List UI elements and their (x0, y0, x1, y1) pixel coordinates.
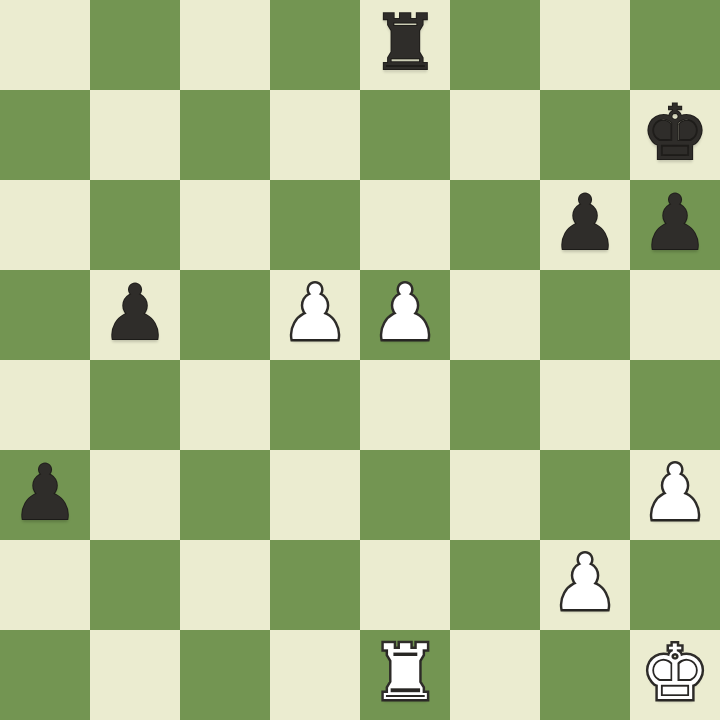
square-c2[interactable] (180, 540, 270, 630)
square-h5[interactable] (630, 270, 720, 360)
square-f4[interactable] (450, 360, 540, 450)
white-pawn[interactable]: ♟ (641, 448, 709, 538)
square-e6[interactable] (360, 180, 450, 270)
square-h2[interactable] (630, 540, 720, 630)
square-g1[interactable] (540, 630, 630, 720)
square-f5[interactable] (450, 270, 540, 360)
square-f6[interactable] (450, 180, 540, 270)
square-e5[interactable]: ♟ (360, 270, 450, 360)
square-f2[interactable] (450, 540, 540, 630)
square-h4[interactable] (630, 360, 720, 450)
square-d4[interactable] (270, 360, 360, 450)
square-a1[interactable] (0, 630, 90, 720)
square-c8[interactable] (180, 0, 270, 90)
square-h7[interactable]: ♚ (630, 90, 720, 180)
square-g8[interactable] (540, 0, 630, 90)
square-c3[interactable] (180, 450, 270, 540)
square-g5[interactable] (540, 270, 630, 360)
square-b3[interactable] (90, 450, 180, 540)
square-a6[interactable] (0, 180, 90, 270)
square-e2[interactable] (360, 540, 450, 630)
square-a8[interactable] (0, 0, 90, 90)
square-a7[interactable] (0, 90, 90, 180)
square-c1[interactable] (180, 630, 270, 720)
square-d5[interactable]: ♟ (270, 270, 360, 360)
black-pawn[interactable]: ♟ (11, 448, 79, 538)
square-d1[interactable] (270, 630, 360, 720)
black-pawn[interactable]: ♟ (101, 268, 169, 358)
square-b8[interactable] (90, 0, 180, 90)
square-b2[interactable] (90, 540, 180, 630)
square-f3[interactable] (450, 450, 540, 540)
square-e4[interactable] (360, 360, 450, 450)
square-a5[interactable] (0, 270, 90, 360)
square-d2[interactable] (270, 540, 360, 630)
square-h6[interactable]: ♟ (630, 180, 720, 270)
white-rook[interactable]: ♜ (371, 628, 439, 718)
square-b7[interactable] (90, 90, 180, 180)
square-a4[interactable] (0, 360, 90, 450)
square-g4[interactable] (540, 360, 630, 450)
square-d3[interactable] (270, 450, 360, 540)
white-pawn[interactable]: ♟ (281, 268, 349, 358)
square-e8[interactable]: ♜ (360, 0, 450, 90)
square-b5[interactable]: ♟ (90, 270, 180, 360)
white-pawn[interactable]: ♟ (371, 268, 439, 358)
square-a2[interactable] (0, 540, 90, 630)
square-h3[interactable]: ♟ (630, 450, 720, 540)
square-b6[interactable] (90, 180, 180, 270)
square-d7[interactable] (270, 90, 360, 180)
square-a3[interactable]: ♟ (0, 450, 90, 540)
black-pawn[interactable]: ♟ (641, 178, 709, 268)
chess-board: ♜♚♟♟♟♟♟♟♟♟♜♚ (0, 0, 720, 720)
square-h8[interactable] (630, 0, 720, 90)
black-pawn[interactable]: ♟ (551, 178, 619, 268)
square-b4[interactable] (90, 360, 180, 450)
square-e7[interactable] (360, 90, 450, 180)
square-g6[interactable]: ♟ (540, 180, 630, 270)
square-c6[interactable] (180, 180, 270, 270)
square-g7[interactable] (540, 90, 630, 180)
square-c4[interactable] (180, 360, 270, 450)
square-b1[interactable] (90, 630, 180, 720)
square-e3[interactable] (360, 450, 450, 540)
square-c7[interactable] (180, 90, 270, 180)
square-d8[interactable] (270, 0, 360, 90)
square-h1[interactable]: ♚ (630, 630, 720, 720)
square-g3[interactable] (540, 450, 630, 540)
square-c5[interactable] (180, 270, 270, 360)
black-king[interactable]: ♚ (641, 88, 709, 178)
square-f1[interactable] (450, 630, 540, 720)
white-pawn[interactable]: ♟ (551, 538, 619, 628)
square-e1[interactable]: ♜ (360, 630, 450, 720)
square-d6[interactable] (270, 180, 360, 270)
square-g2[interactable]: ♟ (540, 540, 630, 630)
black-rook[interactable]: ♜ (371, 0, 439, 88)
white-king[interactable]: ♚ (641, 628, 709, 718)
square-f7[interactable] (450, 90, 540, 180)
square-f8[interactable] (450, 0, 540, 90)
